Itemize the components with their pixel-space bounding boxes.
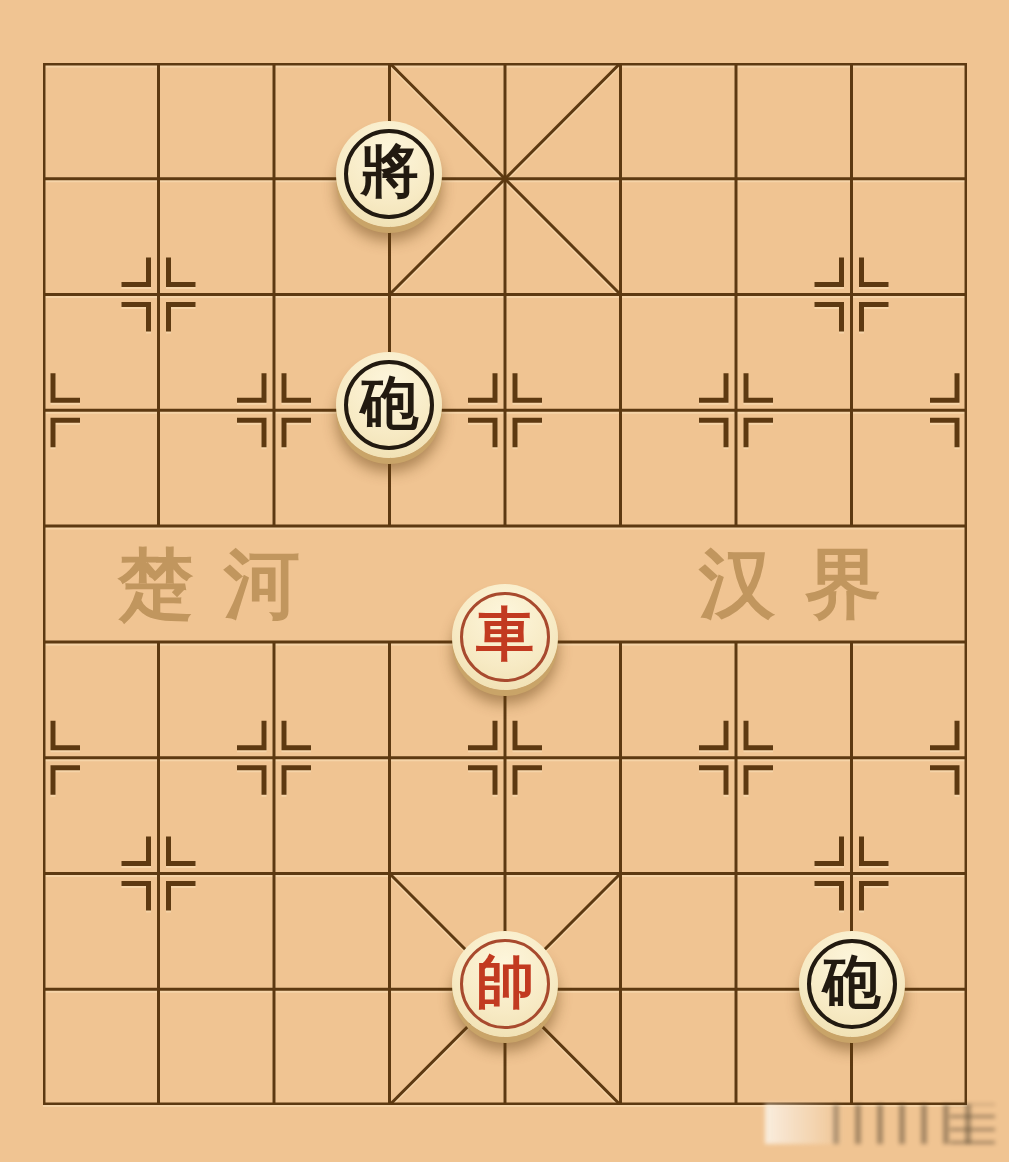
xiangqi-game-screen: 楚河 汉界 將砲車帥砲 [0,0,1009,1162]
piece-red-chariot[interactable]: 車 [452,584,558,690]
piece-glyph: 帥 [452,931,558,1037]
piece-red-general[interactable]: 帥 [452,931,558,1037]
piece-black-general[interactable]: 將 [336,121,442,227]
piece-glyph: 將 [336,121,442,227]
piece-glyph: 砲 [336,352,442,458]
piece-black-cannon-upper[interactable]: 砲 [336,352,442,458]
piece-glyph: 砲 [799,931,905,1037]
watermark-smudge [765,1104,995,1144]
piece-glyph: 車 [452,584,558,690]
piece-black-cannon-lower[interactable]: 砲 [799,931,905,1037]
